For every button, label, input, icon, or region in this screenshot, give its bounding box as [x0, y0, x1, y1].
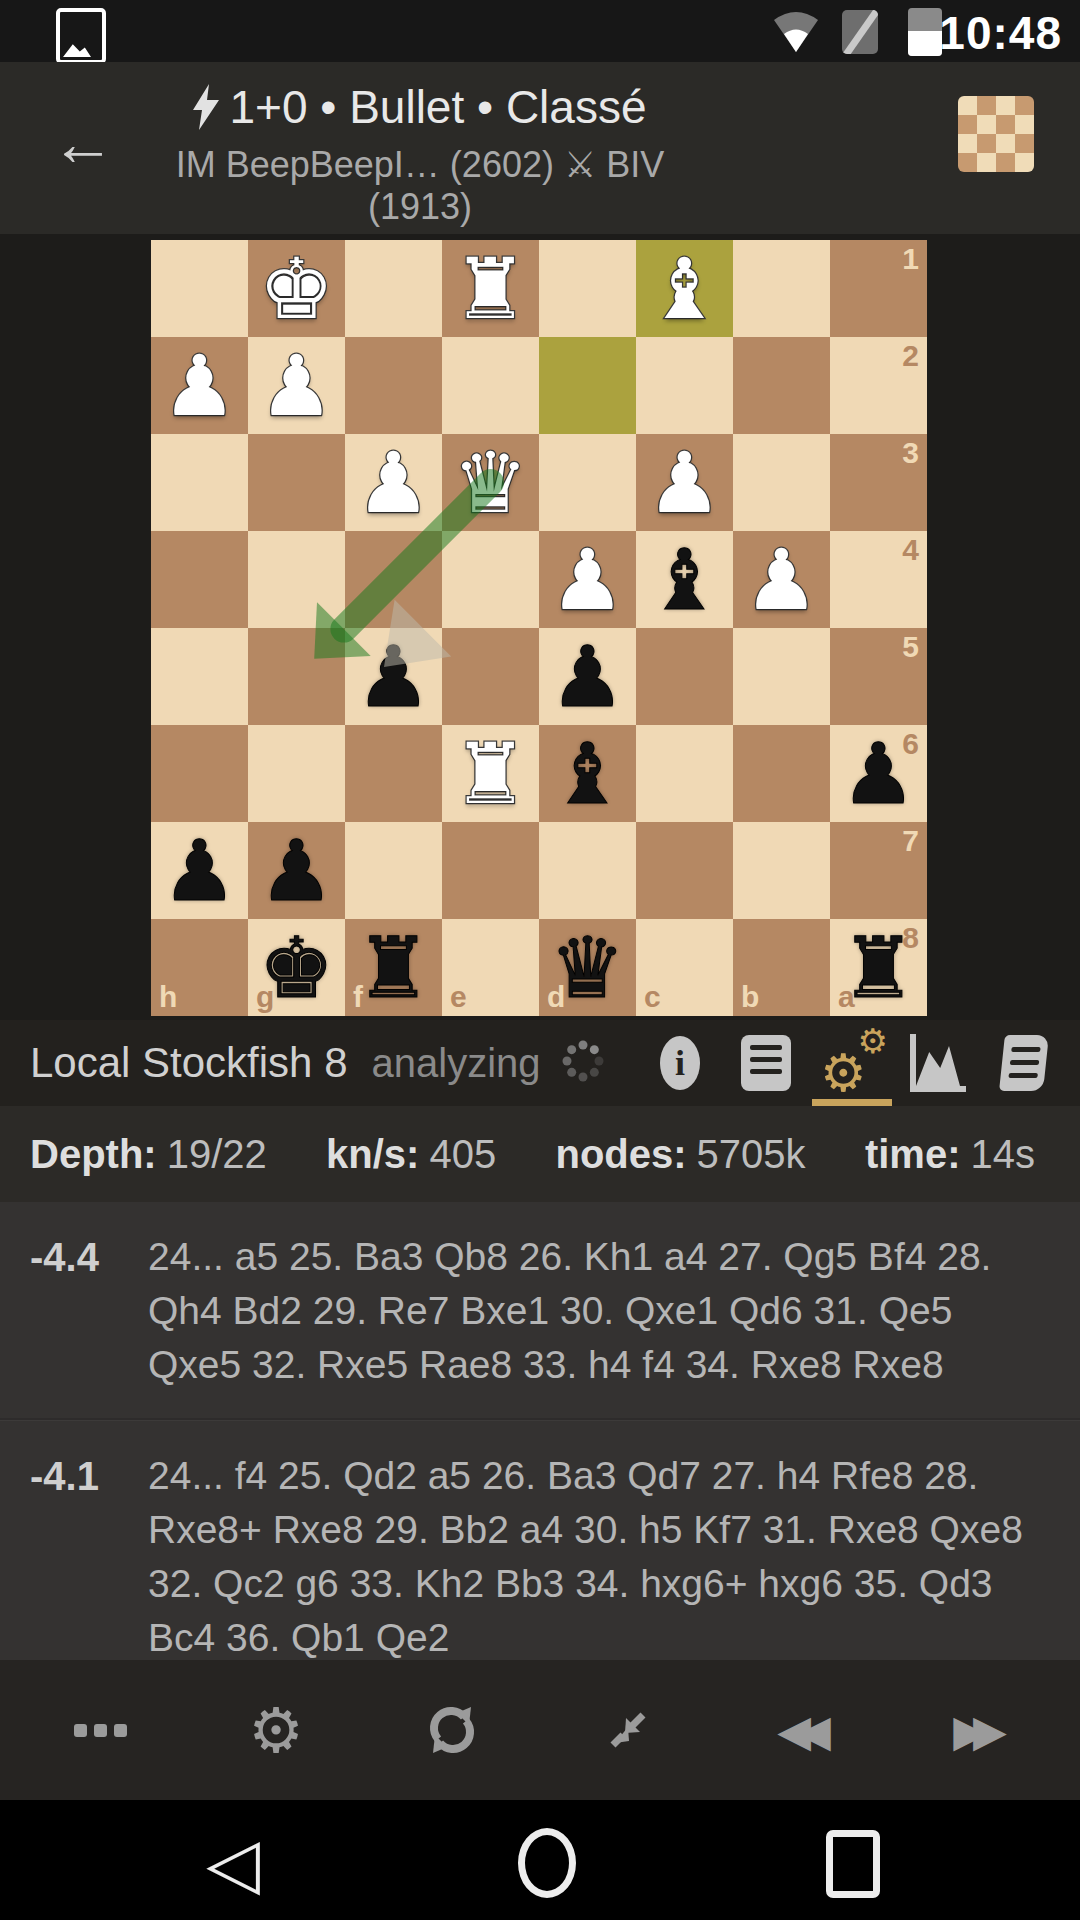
- square-a5[interactable]: 5: [830, 628, 927, 725]
- square-a6[interactable]: 6♟: [830, 725, 927, 822]
- square-d6[interactable]: ♝: [539, 725, 636, 822]
- white-pawn-b4: ♟: [733, 531, 830, 628]
- square-h5[interactable]: [151, 628, 248, 725]
- thumbnail-cell: [1015, 115, 1034, 134]
- stat-nodes: nodes:5705k: [555, 1132, 805, 1177]
- square-e2[interactable]: [442, 337, 539, 434]
- white-king-g1: ♚: [248, 240, 345, 337]
- file-label-e: e: [450, 980, 467, 1014]
- thumbnail-cell: [958, 153, 977, 172]
- players-line: IM BeepBeepI… (2602) ⚔ BIV (1913): [120, 144, 720, 228]
- square-h3[interactable]: [151, 434, 248, 531]
- square-h8[interactable]: h: [151, 919, 248, 1016]
- square-b1[interactable]: [733, 240, 830, 337]
- engine-stats-row: Depth:19/22kn/s:405nodes:5705ktime:14s: [0, 1106, 1080, 1202]
- lichess-analysis-screen: 10:48 ← 1+0 • Bullet • Classé IM BeepBee…: [0, 0, 1080, 1920]
- file-label-d: d: [547, 980, 565, 1014]
- white-pawn-c3: ♟: [636, 434, 733, 531]
- square-f4[interactable]: [345, 531, 442, 628]
- square-e6[interactable]: ♜: [442, 725, 539, 822]
- line-eval: -4.4: [30, 1230, 148, 1392]
- square-d4[interactable]: ♟: [539, 531, 636, 628]
- settings-button[interactable]: ⚙: [216, 1670, 336, 1790]
- tab-eval-chart[interactable]: [902, 1020, 974, 1106]
- black-bishop-c4: ♝: [636, 531, 733, 628]
- black-pawn-g7: ♟: [248, 822, 345, 919]
- rank-label-1: 1: [902, 242, 919, 276]
- chess-board[interactable]: ♚♜♝1♟♟2♟♛♟3♟♝♟4♟♟5♜♝6♟♟♟7hg♚f♜ed♛cba8♜: [151, 240, 927, 1016]
- square-b6[interactable]: [733, 725, 830, 822]
- square-c8[interactable]: c: [636, 919, 733, 1016]
- board-thumbnail-button[interactable]: [958, 96, 1034, 172]
- square-h2[interactable]: ♟: [151, 337, 248, 434]
- black-pawn-d5: ♟: [539, 628, 636, 725]
- square-g2[interactable]: ♟: [248, 337, 345, 434]
- square-e8[interactable]: e: [442, 919, 539, 1016]
- white-pawn-d4: ♟: [539, 531, 636, 628]
- white-rook-e1: ♜: [442, 240, 539, 337]
- square-h6[interactable]: [151, 725, 248, 822]
- engine-header-row: Local Stockfish 8 analyzing i ⚙⚙: [0, 1020, 1080, 1106]
- square-c5[interactable]: [636, 628, 733, 725]
- black-pawn-h7: ♟: [151, 822, 248, 919]
- stat-depth: Depth:19/22: [30, 1132, 267, 1177]
- square-f7[interactable]: [345, 822, 442, 919]
- square-f6[interactable]: [345, 725, 442, 822]
- square-g1[interactable]: ♚: [248, 240, 345, 337]
- rewind-icon: ◀◀: [777, 1705, 831, 1756]
- chart-icon: [910, 1034, 966, 1092]
- square-b2[interactable]: [733, 337, 830, 434]
- menu-dots-button[interactable]: [40, 1670, 160, 1790]
- info-icon: i: [660, 1036, 700, 1090]
- square-d5[interactable]: ♟: [539, 628, 636, 725]
- square-e5[interactable]: [442, 628, 539, 725]
- thumbnail-cell: [977, 153, 996, 172]
- square-h7[interactable]: ♟: [151, 822, 248, 919]
- square-c2[interactable]: [636, 337, 733, 434]
- white-pawn-f3: ♟: [345, 434, 442, 531]
- thumbnail-cell: [958, 115, 977, 134]
- rank-label-3: 3: [902, 436, 919, 470]
- square-a2[interactable]: 2: [830, 337, 927, 434]
- app-header: ← 1+0 • Bullet • Classé IM BeepBeepI… (2…: [0, 62, 1080, 234]
- engine-line-1[interactable]: -4.424... a5 25. Ba3 Qb8 26. Kh1 a4 27. …: [0, 1202, 1080, 1420]
- rank-label-8: 8: [902, 921, 919, 955]
- engine-line-2[interactable]: -4.124... f4 25. Qd2 a5 26. Ba3 Qd7 27. …: [0, 1420, 1080, 1660]
- list-icon: [741, 1035, 791, 1091]
- white-player: IM BeepBeepI… (2602): [176, 144, 554, 185]
- white-queen-e3: ♛: [442, 434, 539, 531]
- engine-name: Local Stockfish 8: [30, 1039, 348, 1087]
- wifi-icon: [770, 8, 822, 62]
- square-b5[interactable]: [733, 628, 830, 725]
- square-d8[interactable]: d♛: [539, 919, 636, 1016]
- square-c6[interactable]: [636, 725, 733, 822]
- square-d3[interactable]: [539, 434, 636, 531]
- tab-engine-settings[interactable]: ⚙⚙: [816, 1020, 888, 1106]
- square-e7[interactable]: [442, 822, 539, 919]
- square-h4[interactable]: [151, 531, 248, 628]
- status-clock: 10:48: [939, 6, 1062, 60]
- flip-board-button[interactable]: [392, 1670, 512, 1790]
- thumbnail-cell: [977, 134, 996, 153]
- thumbnail-cell: [996, 115, 1015, 134]
- square-e1[interactable]: ♜: [442, 240, 539, 337]
- battery-icon: [908, 8, 942, 56]
- thumbnail-cell: [996, 96, 1015, 115]
- square-g3[interactable]: [248, 434, 345, 531]
- line-moves: 24... a5 25. Ba3 Qb8 26. Kh1 a4 27. Qg5 …: [148, 1230, 1048, 1392]
- book-icon: [999, 1035, 1049, 1091]
- collapse-button[interactable]: [568, 1670, 688, 1790]
- square-f1[interactable]: [345, 240, 442, 337]
- square-c3[interactable]: ♟: [636, 434, 733, 531]
- tab-info[interactable]: i: [644, 1020, 716, 1106]
- square-b4[interactable]: ♟: [733, 531, 830, 628]
- thumbnail-cell: [977, 96, 996, 115]
- thumbnail-cell: [1015, 96, 1034, 115]
- bullet-bolt-icon: [193, 84, 219, 130]
- square-f8[interactable]: f♜: [345, 919, 442, 1016]
- square-b7[interactable]: [733, 822, 830, 919]
- analyzing-spinner-icon: [559, 1037, 607, 1089]
- square-a8[interactable]: a8♜: [830, 919, 927, 1016]
- file-label-h: h: [159, 980, 177, 1014]
- rank-label-2: 2: [902, 339, 919, 373]
- square-b3[interactable]: [733, 434, 830, 531]
- white-pawn-h2: ♟: [151, 337, 248, 434]
- tab-opening-book[interactable]: [988, 1020, 1060, 1106]
- game-titles: 1+0 • Bullet • Classé IM BeepBeepI… (260…: [120, 80, 720, 228]
- bottom-toolbar: ⚙ ◀◀ ▶▶: [0, 1660, 1080, 1800]
- square-a1[interactable]: 1: [830, 240, 927, 337]
- square-g6[interactable]: [248, 725, 345, 822]
- android-nav-bar: ◁: [0, 1800, 1080, 1920]
- game-type-title: 1+0 • Bullet • Classé: [229, 80, 646, 134]
- black-bishop-d6: ♝: [539, 725, 636, 822]
- rewind-button[interactable]: ◀◀: [744, 1670, 864, 1790]
- collapse-arrows-icon: [599, 1701, 657, 1759]
- forward-button[interactable]: ▶▶: [920, 1670, 1040, 1790]
- square-a4[interactable]: 4: [830, 531, 927, 628]
- rank-label-6: 6: [902, 727, 919, 761]
- square-g5[interactable]: [248, 628, 345, 725]
- rank-label-7: 7: [902, 824, 919, 858]
- file-label-c: c: [644, 980, 661, 1014]
- square-d1[interactable]: [539, 240, 636, 337]
- rank-label-4: 4: [902, 533, 919, 567]
- gear-icon: ⚙: [248, 1694, 304, 1767]
- gears-icon: ⚙⚙: [822, 1033, 882, 1093]
- line-moves: 24... f4 25. Qd2 a5 26. Ba3 Qd7 27. h4 R…: [148, 1449, 1048, 1660]
- line-eval: -4.1: [30, 1449, 148, 1660]
- square-d2[interactable]: [539, 337, 636, 434]
- square-e3[interactable]: ♛: [442, 434, 539, 531]
- file-label-b: b: [741, 980, 759, 1014]
- square-c7[interactable]: [636, 822, 733, 919]
- thumbnail-cell: [1015, 153, 1034, 172]
- square-c1[interactable]: ♝: [636, 240, 733, 337]
- square-c4[interactable]: ♝: [636, 531, 733, 628]
- crossed-swords-icon: ⚔: [564, 144, 596, 185]
- nav-recents-icon[interactable]: [826, 1830, 880, 1898]
- thumbnail-cell: [996, 134, 1015, 153]
- file-label-g: g: [256, 980, 274, 1014]
- thumbnail-cell: [977, 115, 996, 134]
- file-label-f: f: [353, 980, 363, 1014]
- ellipsis-icon: [74, 1724, 127, 1737]
- thumbnail-cell: [1015, 134, 1034, 153]
- black-pawn-f5: ♟: [345, 628, 442, 725]
- square-g8[interactable]: g♚: [248, 919, 345, 1016]
- fast-forward-icon: ▶▶: [953, 1705, 1007, 1756]
- file-label-a: a: [838, 980, 855, 1014]
- tab-move-list[interactable]: [730, 1020, 802, 1106]
- square-h1[interactable]: [151, 240, 248, 337]
- cycle-icon: [423, 1701, 481, 1759]
- thumbnail-cell: [958, 96, 977, 115]
- screenshot-notification-icon: [56, 8, 106, 64]
- square-a3[interactable]: 3: [830, 434, 927, 531]
- engine-lines: -4.424... a5 25. Ba3 Qb8 26. Kh1 a4 27. …: [0, 1202, 1080, 1660]
- square-g7[interactable]: ♟: [248, 822, 345, 919]
- square-a7[interactable]: 7: [830, 822, 927, 919]
- square-f2[interactable]: [345, 337, 442, 434]
- square-b8[interactable]: b: [733, 919, 830, 1016]
- stat-time: time:14s: [865, 1132, 1035, 1177]
- white-rook-e6: ♜: [442, 725, 539, 822]
- stat-kns: kn/s:405: [326, 1132, 496, 1177]
- analysis-tabs: i ⚙⚙: [644, 1020, 1060, 1106]
- nav-home-icon[interactable]: [518, 1828, 576, 1898]
- no-sim-icon: [842, 10, 878, 54]
- back-arrow-icon[interactable]: ←: [38, 98, 128, 188]
- square-f3[interactable]: ♟: [345, 434, 442, 531]
- android-status-bar: 10:48: [0, 0, 1080, 62]
- thumbnail-cell: [958, 134, 977, 153]
- square-f5[interactable]: ♟: [345, 628, 442, 725]
- square-g4[interactable]: [248, 531, 345, 628]
- engine-status: analyzing: [372, 1041, 541, 1086]
- nav-back-icon[interactable]: ◁: [206, 1822, 260, 1904]
- square-e4[interactable]: [442, 531, 539, 628]
- rank-label-5: 5: [902, 630, 919, 664]
- square-d7[interactable]: [539, 822, 636, 919]
- white-pawn-g2: ♟: [248, 337, 345, 434]
- white-bishop-c1: ♝: [636, 240, 733, 337]
- thumbnail-cell: [996, 153, 1015, 172]
